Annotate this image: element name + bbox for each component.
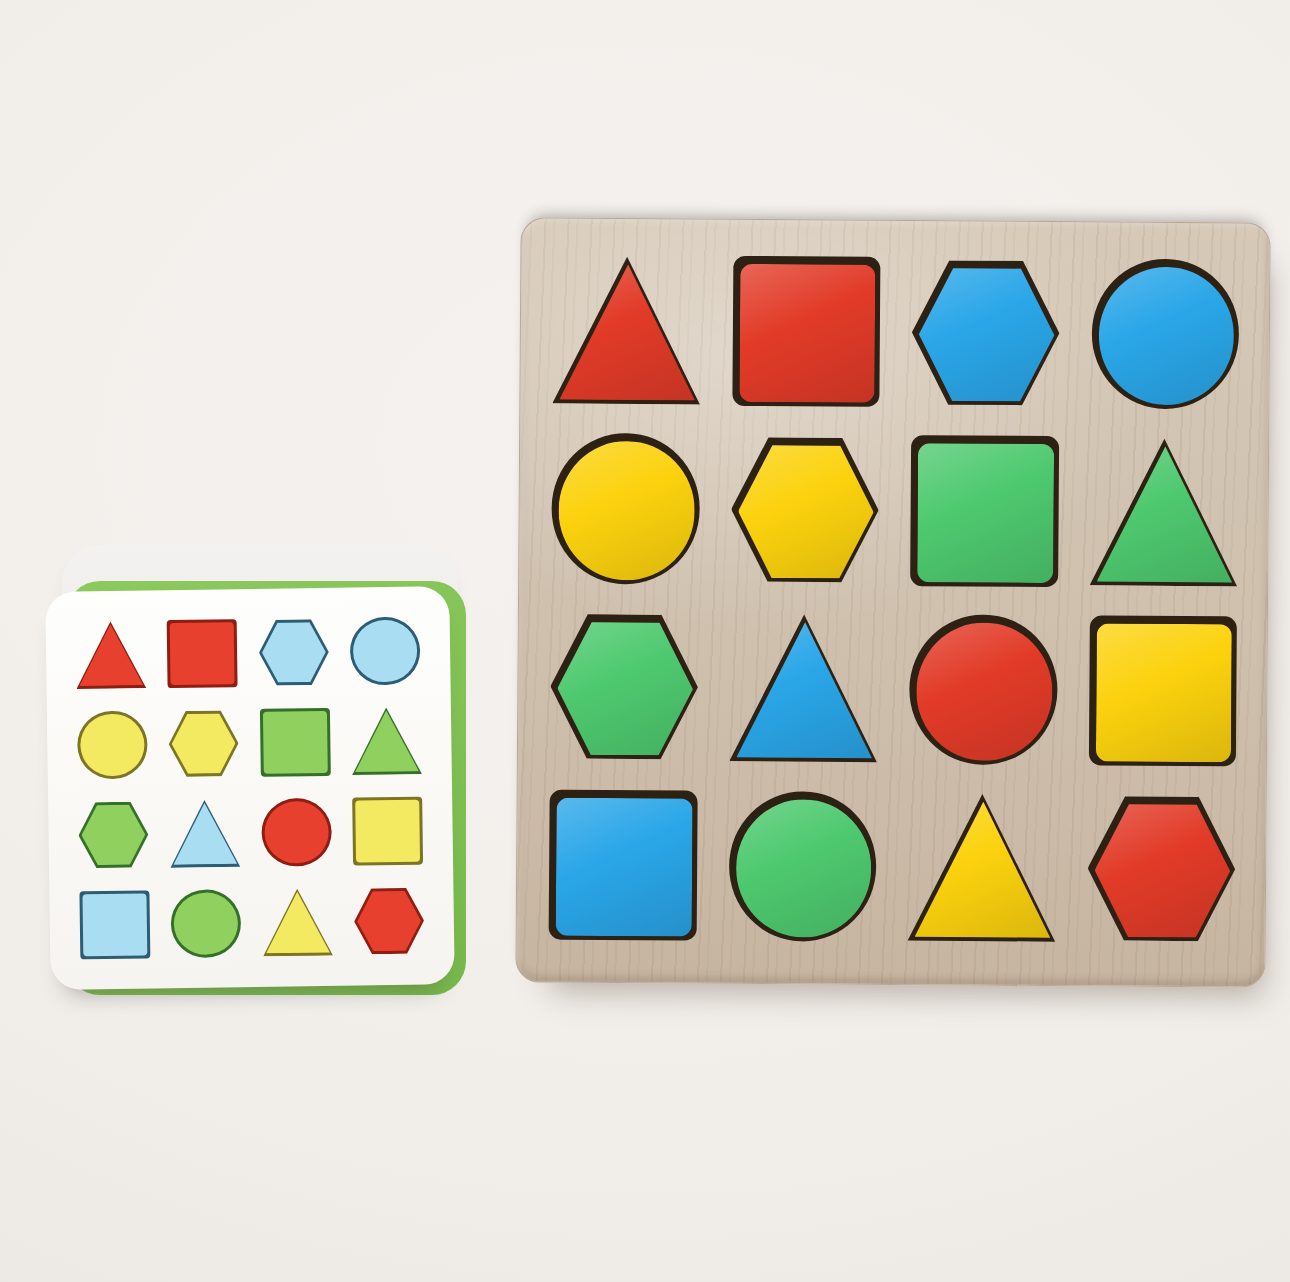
socket-triangle [729,612,878,763]
socket-triangle [552,255,701,406]
board-piece-yellow-square[interactable] [1095,623,1231,762]
board-piece-green-triangle[interactable] [1097,445,1233,584]
board-piece-blue-circle[interactable] [1098,266,1234,405]
card-cell-r2c2 [164,705,243,782]
board-cell-r4c2 [728,791,877,942]
board-piece-green-square[interactable] [917,443,1053,582]
socket-circle [551,433,700,584]
puzzle-board [515,217,1270,987]
card-shape-blue-hexagon [262,621,327,684]
card-shape-red-circle [264,801,329,864]
socket-hexagon [550,611,699,762]
board-cell-r2c4 [1090,437,1239,588]
card-cell-r4c2 [167,885,246,962]
socket-square [1088,615,1237,766]
card-shape-red-triangle [79,623,144,686]
socket-square [732,256,881,407]
card-cell-r4c3 [258,884,337,961]
board-cell-r3c2 [729,612,878,763]
board-cell-r1c2 [732,256,881,407]
socket-square [910,435,1059,586]
card-shape-outline-red-circle [261,798,332,867]
card-shape-outline-yellow-square [353,796,424,865]
socket-circle [1091,258,1240,409]
puzzle-board-grid [549,255,1240,945]
board-cell-r4c4 [1087,793,1236,944]
board-cell-r4c1 [549,789,698,940]
card-shape-outline-blue-hexagon [259,618,330,687]
card-shape-yellow-circle [80,713,145,776]
card-cell-r3c1 [74,796,153,873]
board-cell-r1c3 [911,257,1060,408]
card-shape-outline-green-circle [171,889,242,958]
card-shape-outline-red-triangle [76,620,147,689]
board-piece-red-triangle[interactable] [559,263,695,402]
card-cell-r1c1 [72,616,151,693]
socket-triangle [1090,437,1239,588]
board-piece-blue-square[interactable] [556,797,692,936]
board-piece-green-hexagon[interactable] [557,619,693,758]
card-shape-blue-circle [353,619,418,682]
pattern-card-grid [72,613,429,964]
socket-circle [909,614,1058,765]
card-shape-outline-yellow-hexagon [168,709,239,778]
card-shape-outline-blue-triangle [170,799,241,868]
card-shape-outline-green-triangle [351,706,422,775]
card-shape-outline-green-square [260,708,331,777]
board-cell-r2c3 [910,435,1059,586]
card-cell-r2c1 [73,706,152,783]
card-shape-green-circle [174,892,239,955]
board-cell-r1c4 [1091,258,1240,409]
pattern-card-stack[interactable] [40,545,470,995]
card-shape-red-square [170,622,235,685]
board-cell-r3c1 [550,611,699,762]
board-piece-yellow-circle[interactable] [558,441,694,580]
card-shape-yellow-square [356,799,421,862]
card-shape-outline-red-hexagon [354,886,425,955]
card-shape-blue-triangle [173,802,238,865]
pattern-card[interactable] [45,586,455,990]
card-shape-outline-yellow-triangle [262,888,333,957]
card-shape-outline-yellow-circle [77,710,148,779]
board-cell-r1c1 [552,255,701,406]
card-shape-green-triangle [354,709,419,772]
socket-hexagon [731,434,880,585]
card-cell-r3c4 [349,793,428,870]
board-piece-yellow-triangle[interactable] [915,800,1051,939]
card-cell-r1c2 [163,615,242,692]
card-cell-r4c4 [350,883,429,960]
card-cell-r1c4 [346,613,425,690]
board-cell-r3c4 [1088,615,1237,766]
socket-circle [728,791,877,942]
socket-hexagon [1087,793,1236,944]
card-shape-yellow-triangle [265,891,330,954]
card-cell-r2c4 [347,703,426,780]
card-shape-green-hexagon [81,803,146,866]
socket-triangle [908,792,1057,943]
socket-square [549,789,698,940]
board-cell-r2c1 [551,433,700,584]
socket-hexagon [911,257,1060,408]
card-cell-r3c2 [166,795,245,872]
board-piece-red-hexagon[interactable] [1094,801,1230,940]
board-cell-r2c2 [731,434,880,585]
board-piece-red-square[interactable] [739,264,875,403]
board-piece-green-circle[interactable] [735,799,871,938]
card-shape-blue-square [82,893,147,956]
board-cell-r4c3 [908,792,1057,943]
board-piece-blue-hexagon[interactable] [918,265,1054,404]
board-piece-blue-triangle[interactable] [736,620,872,759]
card-shape-outline-red-square [167,619,238,688]
card-shape-outline-blue-circle [350,616,421,685]
card-shape-red-hexagon [357,889,422,952]
photo-scene [0,0,1290,1282]
card-cell-r1c3 [255,614,334,691]
card-cell-r4c1 [75,886,154,963]
board-piece-red-circle[interactable] [916,622,1052,761]
card-shape-outline-blue-square [79,890,150,959]
card-cell-r3c3 [257,794,336,871]
card-shape-green-square [263,711,328,774]
card-shape-yellow-hexagon [171,712,236,775]
card-cell-r2c3 [256,704,335,781]
card-shape-outline-green-hexagon [78,800,149,869]
board-cell-r3c3 [909,614,1058,765]
board-piece-yellow-hexagon[interactable] [738,442,874,581]
